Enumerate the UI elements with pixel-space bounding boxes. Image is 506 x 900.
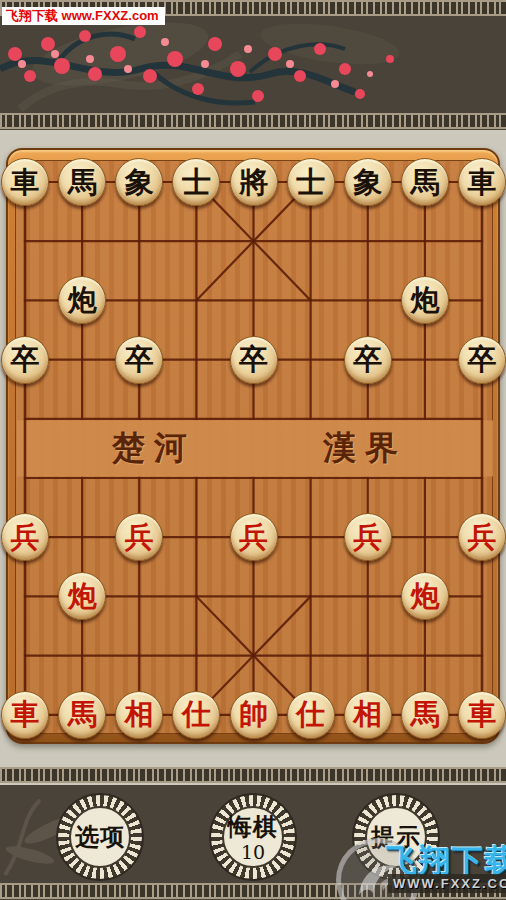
watermark-top: 飞翔下载 www.FXXZ.com [2, 7, 165, 25]
piece-black-p[interactable]: 卒 [115, 336, 163, 384]
watermark-bottom-url: WWW.FXXZ.COM [388, 874, 506, 893]
meander-border-under-top [0, 113, 506, 129]
piece-red-b[interactable]: 相 [344, 691, 392, 739]
piece-red-p[interactable]: 兵 [230, 513, 278, 561]
xiangqi-board[interactable]: 楚河 漢界 車馬象士將士象馬車炮炮卒卒卒卒卒兵兵兵兵兵炮炮車馬相仕帥仕相馬車 [6, 148, 500, 744]
watermark-bottom: 飞翔下载 WWW.FXXZ.COM [336, 836, 506, 900]
piece-black-r[interactable]: 車 [1, 158, 49, 206]
undo-button-label: 悔棋 [228, 811, 278, 843]
piece-red-n[interactable]: 馬 [401, 691, 449, 739]
river-label-left: 楚河 [112, 426, 196, 471]
piece-red-p[interactable]: 兵 [458, 513, 506, 561]
river-label-right: 漢界 [323, 426, 407, 471]
meander-border-above-buttons [0, 767, 506, 783]
undo-count: 10 [241, 841, 265, 863]
piece-red-r[interactable]: 車 [1, 691, 49, 739]
piece-red-c[interactable]: 炮 [401, 572, 449, 620]
piece-black-r[interactable]: 車 [458, 158, 506, 206]
piece-red-k[interactable]: 帥 [230, 691, 278, 739]
board-grid [8, 150, 502, 746]
piece-red-p[interactable]: 兵 [344, 513, 392, 561]
undo-button[interactable]: 悔棋 10 [209, 793, 297, 881]
piece-black-p[interactable]: 卒 [230, 336, 278, 384]
piece-red-r[interactable]: 車 [458, 691, 506, 739]
piece-black-k[interactable]: 將 [230, 158, 278, 206]
plum-blossom-decoration [0, 14, 506, 113]
piece-black-c[interactable]: 炮 [401, 276, 449, 324]
piece-red-a[interactable]: 仕 [172, 691, 220, 739]
piece-black-p[interactable]: 卒 [1, 336, 49, 384]
options-button-label: 选项 [75, 821, 125, 853]
piece-red-n[interactable]: 馬 [58, 691, 106, 739]
options-button[interactable]: 选项 [56, 793, 144, 881]
game-screen: 飞翔下载 www.FXXZ.com 楚河 漢界 車馬象士將士象馬車炮炮卒卒卒卒卒… [0, 0, 506, 900]
piece-black-b[interactable]: 象 [344, 158, 392, 206]
piece-black-n[interactable]: 馬 [58, 158, 106, 206]
piece-black-p[interactable]: 卒 [458, 336, 506, 384]
piece-red-a[interactable]: 仕 [287, 691, 335, 739]
piece-red-p[interactable]: 兵 [1, 513, 49, 561]
piece-black-p[interactable]: 卒 [344, 336, 392, 384]
piece-red-b[interactable]: 相 [115, 691, 163, 739]
piece-black-a[interactable]: 士 [287, 158, 335, 206]
piece-black-b[interactable]: 象 [115, 158, 163, 206]
piece-black-n[interactable]: 馬 [401, 158, 449, 206]
